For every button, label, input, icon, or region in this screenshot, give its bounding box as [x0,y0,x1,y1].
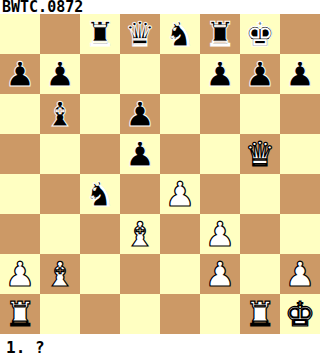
square-a6[interactable] [0,94,40,134]
black-pawn: ♟ [245,54,275,94]
square-a3[interactable] [0,214,40,254]
white-bishop: ♝ [45,254,75,294]
square-b1[interactable] [40,294,80,334]
square-c7[interactable] [80,54,120,94]
square-c2[interactable] [80,254,120,294]
square-b5[interactable] [40,134,80,174]
square-f7[interactable]: ♟ [200,54,240,94]
black-pawn: ♟ [205,54,235,94]
square-g7[interactable]: ♟ [240,54,280,94]
square-g5[interactable]: ♛ [240,134,280,174]
square-h2[interactable]: ♟ [280,254,320,294]
square-f8[interactable]: ♜ [200,14,240,54]
square-b2[interactable]: ♝ [40,254,80,294]
square-d4[interactable] [120,174,160,214]
square-c1[interactable] [80,294,120,334]
square-e2[interactable] [160,254,200,294]
square-e7[interactable] [160,54,200,94]
white-pawn: ♟ [205,254,235,294]
square-c3[interactable] [80,214,120,254]
square-h8[interactable] [280,14,320,54]
white-rook: ♜ [5,294,35,334]
square-f2[interactable]: ♟ [200,254,240,294]
square-h5[interactable] [280,134,320,174]
square-a4[interactable] [0,174,40,214]
square-g4[interactable] [240,174,280,214]
square-c5[interactable] [80,134,120,174]
square-c8[interactable]: ♜ [80,14,120,54]
white-king: ♚ [285,294,315,334]
square-b6[interactable]: ♝ [40,94,80,134]
move-prompt: 1. ? [0,334,320,360]
square-d5[interactable]: ♟ [120,134,160,174]
square-b3[interactable] [40,214,80,254]
square-f5[interactable] [200,134,240,174]
square-b4[interactable] [40,174,80,214]
black-bishop: ♝ [45,94,75,134]
square-g6[interactable] [240,94,280,134]
white-pawn: ♟ [165,174,195,214]
square-g3[interactable] [240,214,280,254]
white-bishop: ♝ [125,214,155,254]
black-pawn: ♟ [5,54,35,94]
square-h6[interactable] [280,94,320,134]
white-queen: ♛ [245,134,275,174]
square-d8[interactable]: ♛ [120,14,160,54]
black-king: ♚ [245,14,275,54]
white-pawn: ♟ [285,254,315,294]
black-knight: ♞ [85,174,115,214]
square-d7[interactable] [120,54,160,94]
white-pawn: ♟ [5,254,35,294]
square-a5[interactable] [0,134,40,174]
chess-board: ♜♛♞♜♚♟♟♟♟♟♝♟♟♛♞♟♝♟♟♝♟♟♜♜♚ [0,14,320,334]
square-h1[interactable]: ♚ [280,294,320,334]
square-a1[interactable]: ♜ [0,294,40,334]
square-e8[interactable]: ♞ [160,14,200,54]
square-b7[interactable]: ♟ [40,54,80,94]
square-e1[interactable] [160,294,200,334]
square-d2[interactable] [120,254,160,294]
square-c4[interactable]: ♞ [80,174,120,214]
square-f6[interactable] [200,94,240,134]
black-pawn: ♟ [285,54,315,94]
white-pawn: ♟ [205,214,235,254]
square-h7[interactable]: ♟ [280,54,320,94]
square-a2[interactable]: ♟ [0,254,40,294]
square-h4[interactable] [280,174,320,214]
square-d1[interactable] [120,294,160,334]
square-b8[interactable] [40,14,80,54]
square-a7[interactable]: ♟ [0,54,40,94]
square-f4[interactable] [200,174,240,214]
puzzle-title: BWTC.0872 [0,0,320,14]
square-f3[interactable]: ♟ [200,214,240,254]
black-pawn: ♟ [45,54,75,94]
black-pawn: ♟ [125,134,155,174]
square-d3[interactable]: ♝ [120,214,160,254]
black-rook: ♜ [205,14,235,54]
square-f1[interactable] [200,294,240,334]
square-a8[interactable] [0,14,40,54]
square-e6[interactable] [160,94,200,134]
square-g2[interactable] [240,254,280,294]
square-e5[interactable] [160,134,200,174]
black-queen: ♛ [125,14,155,54]
square-e3[interactable] [160,214,200,254]
square-e4[interactable]: ♟ [160,174,200,214]
black-knight: ♞ [165,14,195,54]
square-g1[interactable]: ♜ [240,294,280,334]
square-c6[interactable] [80,94,120,134]
square-d6[interactable]: ♟ [120,94,160,134]
white-rook: ♜ [245,294,275,334]
black-pawn: ♟ [125,94,155,134]
square-h3[interactable] [280,214,320,254]
black-rook: ♜ [85,14,115,54]
square-g8[interactable]: ♚ [240,14,280,54]
